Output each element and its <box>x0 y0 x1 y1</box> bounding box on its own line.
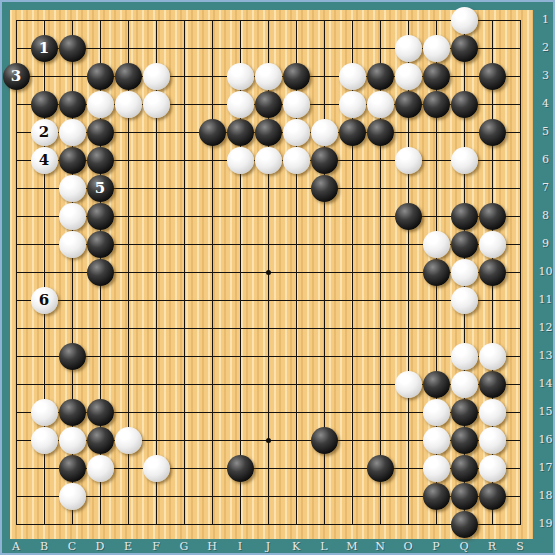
stone-white-C16[interactable] <box>59 427 86 454</box>
stone-white-B15[interactable] <box>31 399 58 426</box>
col-label-N: N <box>372 540 388 554</box>
stone-black-B2[interactable]: 1 <box>31 35 58 62</box>
row-label-5: 5 <box>537 125 554 139</box>
row-label-9: 9 <box>537 237 554 251</box>
stone-black-C4[interactable] <box>59 91 86 118</box>
stone-white-Q13[interactable] <box>451 343 478 370</box>
stone-white-I4[interactable] <box>227 91 254 118</box>
row-label-14: 14 <box>537 377 554 391</box>
stone-white-Q11[interactable] <box>451 287 478 314</box>
stone-black-Q17[interactable] <box>451 455 478 482</box>
stone-black-D6[interactable] <box>87 147 114 174</box>
stone-black-Q9[interactable] <box>451 231 478 258</box>
col-label-O: O <box>400 540 416 554</box>
stone-white-K6[interactable] <box>283 147 310 174</box>
stone-black-Q8[interactable] <box>451 203 478 230</box>
stone-black-R18[interactable] <box>479 483 506 510</box>
star-point-J10 <box>266 270 271 275</box>
stone-black-D5[interactable] <box>87 119 114 146</box>
stone-white-P15[interactable] <box>423 399 450 426</box>
stone-black-C15[interactable] <box>59 399 86 426</box>
stone-black-C17[interactable] <box>59 455 86 482</box>
stone-black-D9[interactable] <box>87 231 114 258</box>
stone-black-P10[interactable] <box>423 259 450 286</box>
move-number-5: 5 <box>87 175 114 202</box>
col-label-H: H <box>204 540 220 554</box>
stone-white-E4[interactable] <box>115 91 142 118</box>
stone-white-Q14[interactable] <box>451 371 478 398</box>
stone-white-N4[interactable] <box>367 91 394 118</box>
row-label-4: 4 <box>537 97 554 111</box>
col-label-K: K <box>288 540 304 554</box>
stone-black-N17[interactable] <box>367 455 394 482</box>
stone-black-C2[interactable] <box>59 35 86 62</box>
stone-white-M3[interactable] <box>339 63 366 90</box>
stone-black-N5[interactable] <box>367 119 394 146</box>
stone-black-L6[interactable] <box>311 147 338 174</box>
stone-white-M4[interactable] <box>339 91 366 118</box>
col-label-J: J <box>260 540 276 554</box>
stone-white-F3[interactable] <box>143 63 170 90</box>
grid-line-h-12 <box>16 328 521 329</box>
stone-black-B4[interactable] <box>31 91 58 118</box>
row-label-11: 11 <box>537 293 554 307</box>
stone-white-C7[interactable] <box>59 175 86 202</box>
stone-white-B11[interactable]: 6 <box>31 287 58 314</box>
move-number-2: 2 <box>31 119 58 146</box>
col-label-A: A <box>8 540 24 554</box>
stone-black-P3[interactable] <box>423 63 450 90</box>
row-label-15: 15 <box>537 405 554 419</box>
stone-black-D10[interactable] <box>87 259 114 286</box>
stone-white-R13[interactable] <box>479 343 506 370</box>
stone-white-J3[interactable] <box>255 63 282 90</box>
col-label-C: C <box>64 540 80 554</box>
stone-white-D4[interactable] <box>87 91 114 118</box>
stone-white-P16[interactable] <box>423 427 450 454</box>
stone-black-I17[interactable] <box>227 455 254 482</box>
col-label-B: B <box>36 540 52 554</box>
col-label-F: F <box>148 540 164 554</box>
stone-black-Q4[interactable] <box>451 91 478 118</box>
row-label-17: 17 <box>537 461 554 475</box>
stone-white-C8[interactable] <box>59 203 86 230</box>
stone-black-L7[interactable] <box>311 175 338 202</box>
stone-white-L5[interactable] <box>311 119 338 146</box>
stone-black-P14[interactable] <box>423 371 450 398</box>
col-label-S: S <box>512 540 528 554</box>
stone-white-I3[interactable] <box>227 63 254 90</box>
stone-white-C9[interactable] <box>59 231 86 258</box>
col-label-E: E <box>120 540 136 554</box>
star-point-J16 <box>266 438 271 443</box>
stone-black-N3[interactable] <box>367 63 394 90</box>
row-label-3: 3 <box>537 69 554 83</box>
move-number-4: 4 <box>31 147 58 174</box>
stone-white-O14[interactable] <box>395 371 422 398</box>
stone-white-R15[interactable] <box>479 399 506 426</box>
stone-white-P17[interactable] <box>423 455 450 482</box>
stone-white-R16[interactable] <box>479 427 506 454</box>
stone-black-Q15[interactable] <box>451 399 478 426</box>
stone-white-C5[interactable] <box>59 119 86 146</box>
stone-black-R14[interactable] <box>479 371 506 398</box>
row-label-18: 18 <box>537 489 554 503</box>
col-label-R: R <box>484 540 500 554</box>
row-label-16: 16 <box>537 433 554 447</box>
stone-black-Q18[interactable] <box>451 483 478 510</box>
stone-white-P2[interactable] <box>423 35 450 62</box>
stone-black-D8[interactable] <box>87 203 114 230</box>
stone-black-Q19[interactable] <box>451 511 478 538</box>
stone-black-J5[interactable] <box>255 119 282 146</box>
move-number-6: 6 <box>31 287 58 314</box>
row-label-19: 19 <box>537 517 554 531</box>
grid-line-h-11 <box>16 300 521 301</box>
stone-white-B6[interactable]: 4 <box>31 147 58 174</box>
stone-white-J6[interactable] <box>255 147 282 174</box>
stone-black-M5[interactable] <box>339 119 366 146</box>
stone-white-K4[interactable] <box>283 91 310 118</box>
stone-black-D16[interactable] <box>87 427 114 454</box>
stone-white-I6[interactable] <box>227 147 254 174</box>
row-label-8: 8 <box>537 209 554 223</box>
stone-black-L16[interactable] <box>311 427 338 454</box>
row-label-10: 10 <box>537 265 554 279</box>
stone-white-R9[interactable] <box>479 231 506 258</box>
col-label-Q: Q <box>456 540 472 554</box>
move-number-3: 3 <box>3 63 30 90</box>
stone-white-O3[interactable] <box>395 63 422 90</box>
stone-white-Q10[interactable] <box>451 259 478 286</box>
stone-black-Q2[interactable] <box>451 35 478 62</box>
stone-black-O4[interactable] <box>395 91 422 118</box>
stone-black-C13[interactable] <box>59 343 86 370</box>
go-app-window: 135246 ABCDEFGHIJKLMNOPQRS 1234567891011… <box>0 0 555 555</box>
stone-black-R10[interactable] <box>479 259 506 286</box>
stone-white-Q6[interactable] <box>451 147 478 174</box>
stone-white-R17[interactable] <box>479 455 506 482</box>
row-label-2: 2 <box>537 41 554 55</box>
row-label-7: 7 <box>537 181 554 195</box>
grid-line-v-S <box>520 20 521 525</box>
stone-black-D15[interactable] <box>87 399 114 426</box>
stone-black-J4[interactable] <box>255 91 282 118</box>
stone-black-R3[interactable] <box>479 63 506 90</box>
stone-black-I5[interactable] <box>227 119 254 146</box>
stone-white-O2[interactable] <box>395 35 422 62</box>
col-label-D: D <box>92 540 108 554</box>
stone-white-C18[interactable] <box>59 483 86 510</box>
row-label-12: 12 <box>537 321 554 335</box>
stone-white-D17[interactable] <box>87 455 114 482</box>
stone-black-O8[interactable] <box>395 203 422 230</box>
stone-white-E16[interactable] <box>115 427 142 454</box>
stone-black-K3[interactable] <box>283 63 310 90</box>
col-label-P: P <box>428 540 444 554</box>
stone-black-P4[interactable] <box>423 91 450 118</box>
grid-line-h-19 <box>16 524 521 525</box>
stone-white-F17[interactable] <box>143 455 170 482</box>
stone-black-D3[interactable] <box>87 63 114 90</box>
grid-line-h-13 <box>16 356 521 357</box>
stone-black-E3[interactable] <box>115 63 142 90</box>
stone-white-B5[interactable]: 2 <box>31 119 58 146</box>
col-label-L: L <box>316 540 332 554</box>
stone-black-R8[interactable] <box>479 203 506 230</box>
col-label-M: M <box>344 540 360 554</box>
row-label-6: 6 <box>537 153 554 167</box>
stone-black-A3[interactable]: 3 <box>3 63 30 90</box>
stone-black-C6[interactable] <box>59 147 86 174</box>
stone-black-H5[interactable] <box>199 119 226 146</box>
move-number-1: 1 <box>31 35 58 62</box>
row-label-13: 13 <box>537 349 554 363</box>
row-label-1: 1 <box>537 13 554 27</box>
col-label-G: G <box>176 540 192 554</box>
stone-white-P9[interactable] <box>423 231 450 258</box>
col-label-I: I <box>232 540 248 554</box>
stone-white-O6[interactable] <box>395 147 422 174</box>
stone-black-R5[interactable] <box>479 119 506 146</box>
stone-white-F4[interactable] <box>143 91 170 118</box>
stone-white-K5[interactable] <box>283 119 310 146</box>
stone-black-D7[interactable]: 5 <box>87 175 114 202</box>
stone-white-B16[interactable] <box>31 427 58 454</box>
stone-white-Q1[interactable] <box>451 7 478 34</box>
stone-black-Q16[interactable] <box>451 427 478 454</box>
stone-black-P18[interactable] <box>423 483 450 510</box>
